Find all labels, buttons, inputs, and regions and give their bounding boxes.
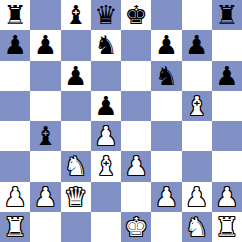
square-b1[interactable] xyxy=(30,212,60,242)
square-g6[interactable] xyxy=(182,61,212,91)
square-h3[interactable] xyxy=(212,151,242,181)
square-c3[interactable]: ♞ xyxy=(61,151,91,181)
square-a7[interactable]: ♟ xyxy=(0,30,30,60)
square-f7[interactable]: ♟ xyxy=(151,30,181,60)
square-g1[interactable]: ♞ xyxy=(182,212,212,242)
square-c4[interactable] xyxy=(61,121,91,151)
square-e5[interactable] xyxy=(121,91,151,121)
square-h4[interactable] xyxy=(212,121,242,151)
white-pawn-f2[interactable]: ♟ xyxy=(155,182,178,212)
square-b6[interactable] xyxy=(30,61,60,91)
square-g7[interactable]: ♟ xyxy=(182,30,212,60)
square-b3[interactable] xyxy=(30,151,60,181)
square-a6[interactable] xyxy=(0,61,30,91)
square-d6[interactable] xyxy=(91,61,121,91)
square-f1[interactable] xyxy=(151,212,181,242)
white-pawn-b2[interactable]: ♟ xyxy=(34,182,57,212)
square-e4[interactable] xyxy=(121,121,151,151)
square-b7[interactable]: ♟ xyxy=(30,30,60,60)
white-bishop-d3[interactable]: ♝ xyxy=(94,151,117,181)
square-g3[interactable] xyxy=(182,151,212,181)
square-b8[interactable] xyxy=(30,0,60,30)
square-d4[interactable]: ♟ xyxy=(91,121,121,151)
square-b4[interactable]: ♝ xyxy=(30,121,60,151)
square-f5[interactable] xyxy=(151,91,181,121)
black-pawn-f7[interactable]: ♟ xyxy=(155,30,178,60)
square-h6[interactable]: ♟ xyxy=(212,61,242,91)
black-pawn-h6[interactable]: ♟ xyxy=(215,61,238,91)
square-f8[interactable] xyxy=(151,0,181,30)
square-h1[interactable]: ♜ xyxy=(212,212,242,242)
square-d1[interactable] xyxy=(91,212,121,242)
square-g5[interactable]: ♝ xyxy=(182,91,212,121)
square-g4[interactable] xyxy=(182,121,212,151)
square-h8[interactable]: ♜ xyxy=(212,0,242,30)
square-b5[interactable] xyxy=(30,91,60,121)
square-d5[interactable]: ♟ xyxy=(91,91,121,121)
white-knight-g1[interactable]: ♞ xyxy=(185,212,208,242)
square-d3[interactable]: ♝ xyxy=(91,151,121,181)
square-a4[interactable] xyxy=(0,121,30,151)
chess-board: ♜♝♛♚♜♟♟♞♟♟♟♞♟♟♝♝♟♞♝♟♟♟♛♟♟♟♜♚♞♜ xyxy=(0,0,242,242)
square-a8[interactable]: ♜ xyxy=(0,0,30,30)
black-knight-d7[interactable]: ♞ xyxy=(94,30,117,60)
white-pawn-a2[interactable]: ♟ xyxy=(3,182,26,212)
black-pawn-a7[interactable]: ♟ xyxy=(3,30,26,60)
square-c1[interactable] xyxy=(61,212,91,242)
black-knight-f6[interactable]: ♞ xyxy=(155,61,178,91)
black-pawn-c6[interactable]: ♟ xyxy=(64,61,87,91)
square-a1[interactable]: ♜ xyxy=(0,212,30,242)
white-pawn-h2[interactable]: ♟ xyxy=(215,182,238,212)
black-bishop-b4[interactable]: ♝ xyxy=(34,121,57,151)
square-e1[interactable]: ♚ xyxy=(121,212,151,242)
square-g2[interactable]: ♟ xyxy=(182,182,212,212)
square-f6[interactable]: ♞ xyxy=(151,61,181,91)
square-a2[interactable]: ♟ xyxy=(0,182,30,212)
white-pawn-e3[interactable]: ♟ xyxy=(124,151,147,181)
black-queen-d8[interactable]: ♛ xyxy=(94,0,117,30)
square-d7[interactable]: ♞ xyxy=(91,30,121,60)
square-h5[interactable] xyxy=(212,91,242,121)
white-queen-c2[interactable]: ♛ xyxy=(64,182,87,212)
white-rook-a1[interactable]: ♜ xyxy=(3,212,26,242)
square-d8[interactable]: ♛ xyxy=(91,0,121,30)
square-a3[interactable] xyxy=(0,151,30,181)
square-c6[interactable]: ♟ xyxy=(61,61,91,91)
black-bishop-c8[interactable]: ♝ xyxy=(64,0,87,30)
white-pawn-g2[interactable]: ♟ xyxy=(185,182,208,212)
black-pawn-g7[interactable]: ♟ xyxy=(185,30,208,60)
black-pawn-d5[interactable]: ♟ xyxy=(94,91,117,121)
white-bishop-g5[interactable]: ♝ xyxy=(185,91,208,121)
square-d2[interactable] xyxy=(91,182,121,212)
black-pawn-b7[interactable]: ♟ xyxy=(34,30,57,60)
square-c5[interactable] xyxy=(61,91,91,121)
white-king-e1[interactable]: ♚ xyxy=(124,212,147,242)
square-g8[interactable] xyxy=(182,0,212,30)
square-e8[interactable]: ♚ xyxy=(121,0,151,30)
square-f2[interactable]: ♟ xyxy=(151,182,181,212)
square-h2[interactable]: ♟ xyxy=(212,182,242,212)
white-knight-c3[interactable]: ♞ xyxy=(64,151,87,181)
white-pawn-d4[interactable]: ♟ xyxy=(94,121,117,151)
black-rook-a8[interactable]: ♜ xyxy=(3,0,26,30)
square-e2[interactable] xyxy=(121,182,151,212)
square-f4[interactable] xyxy=(151,121,181,151)
white-rook-h1[interactable]: ♜ xyxy=(215,212,238,242)
square-f3[interactable] xyxy=(151,151,181,181)
square-e3[interactable]: ♟ xyxy=(121,151,151,181)
square-e6[interactable] xyxy=(121,61,151,91)
square-b2[interactable]: ♟ xyxy=(30,182,60,212)
black-king-e8[interactable]: ♚ xyxy=(124,0,147,30)
square-c8[interactable]: ♝ xyxy=(61,0,91,30)
square-a5[interactable] xyxy=(0,91,30,121)
square-e7[interactable] xyxy=(121,30,151,60)
square-h7[interactable] xyxy=(212,30,242,60)
square-c2[interactable]: ♛ xyxy=(61,182,91,212)
square-c7[interactable] xyxy=(61,30,91,60)
black-rook-h8[interactable]: ♜ xyxy=(215,0,238,30)
